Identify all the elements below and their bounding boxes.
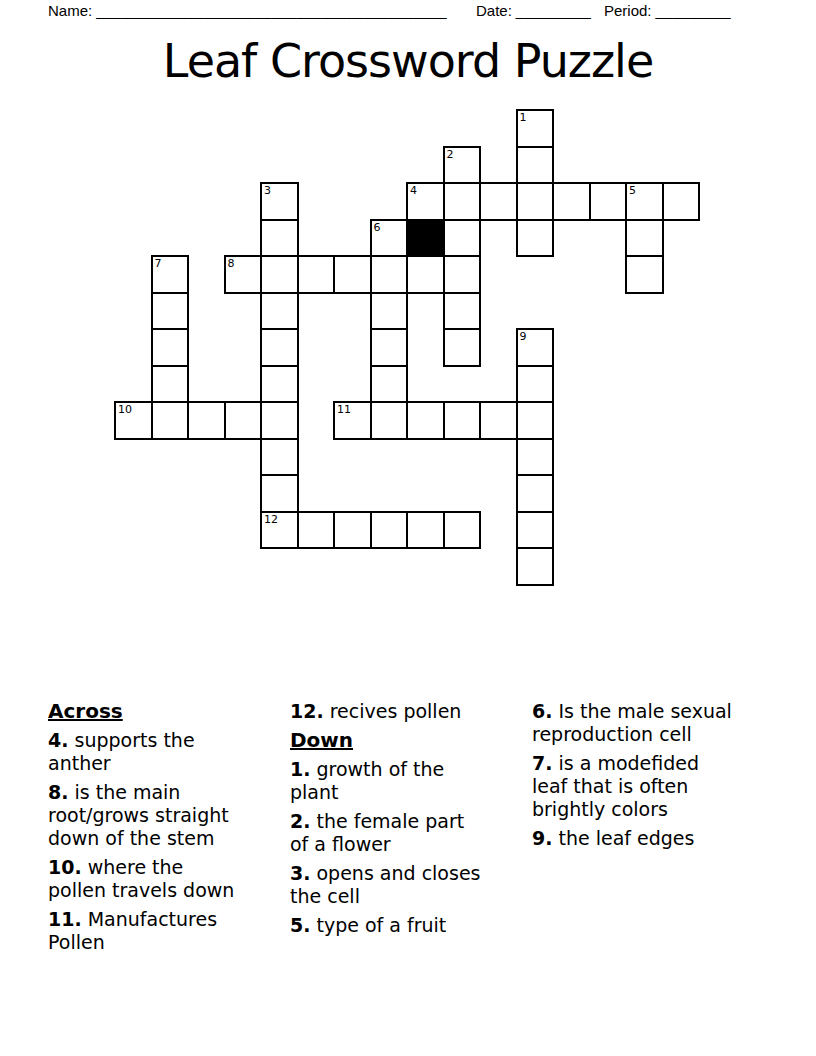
- grid-cell-r4-c5[interactable]: [297, 255, 336, 294]
- clue-column-2: 12. recives pollen Down 1. growth of the…: [290, 700, 486, 943]
- date-field: Date:_________: [476, 2, 591, 19]
- grid-cell-r4-c14[interactable]: [625, 255, 664, 294]
- grid-cell-r8-c11[interactable]: [516, 401, 555, 440]
- grid-cell-r10-c11[interactable]: [516, 474, 555, 513]
- grid-cell-r12-c11[interactable]: [516, 547, 555, 586]
- clue-across-10: 10. where the pollen travels down: [48, 856, 244, 902]
- clue-down-9: 9. the leaf edges: [532, 827, 733, 850]
- clue-number-12: 12: [264, 513, 278, 526]
- grid-cell-r4-c8[interactable]: [406, 255, 445, 294]
- name-field: Name:___________________________________…: [48, 2, 447, 19]
- grid-cell-r6-c4[interactable]: [260, 328, 299, 367]
- date-blank-line[interactable]: _________: [516, 2, 591, 19]
- crossword-grid: 123456789101112: [115, 110, 701, 586]
- grid-cell-r10-c4[interactable]: [260, 474, 299, 513]
- page-title: Leaf Crossword Puzzle: [0, 34, 816, 88]
- clue-column-1: Across 4. supports the anther 8. is the …: [48, 700, 244, 960]
- grid-cell-r5-c9[interactable]: [443, 292, 482, 331]
- grid-cell-r2-c10[interactable]: [479, 182, 518, 221]
- grid-cell-r6-c9[interactable]: [443, 328, 482, 367]
- clue-number-7: 7: [155, 257, 162, 270]
- grid-cell-r0-c11[interactable]: 1: [516, 109, 555, 148]
- clue-across-8: 8. is the main root/grows straight down …: [48, 781, 244, 850]
- period-label: Period:: [604, 2, 652, 19]
- clue-number-8: 8: [228, 257, 235, 270]
- grid-cell-r4-c7[interactable]: [370, 255, 409, 294]
- grid-cell-r6-c7[interactable]: [370, 328, 409, 367]
- grid-cell-r7-c7[interactable]: [370, 365, 409, 404]
- clue-number-4: 4: [410, 184, 417, 197]
- clue-down-7: 7. is a modefided leaf that is often bri…: [532, 752, 733, 821]
- clue-column-3: 6. Is the male sexual reproduction cell …: [532, 700, 733, 856]
- grid-cell-r2-c15[interactable]: [662, 182, 701, 221]
- grid-cell-r8-c6[interactable]: 11: [333, 401, 372, 440]
- clue-number-9: 9: [520, 330, 527, 343]
- black-cell: [406, 219, 445, 258]
- grid-cell-r8-c4[interactable]: [260, 401, 299, 440]
- clue-number-11: 11: [337, 403, 351, 416]
- grid-cell-r11-c7[interactable]: [370, 511, 409, 550]
- grid-cell-r6-c11[interactable]: 9: [516, 328, 555, 367]
- period-blank-line[interactable]: _________: [656, 2, 731, 19]
- clue-number-6: 6: [374, 221, 381, 234]
- date-label: Date:: [476, 2, 512, 19]
- grid-cell-r4-c9[interactable]: [443, 255, 482, 294]
- grid-cell-r8-c9[interactable]: [443, 401, 482, 440]
- clue-across-4: 4. supports the anther: [48, 729, 244, 775]
- grid-cell-r4-c4[interactable]: [260, 255, 299, 294]
- grid-cell-r3-c11[interactable]: [516, 219, 555, 258]
- grid-cell-r2-c4[interactable]: 3: [260, 182, 299, 221]
- grid-cell-r11-c8[interactable]: [406, 511, 445, 550]
- grid-cell-r3-c9[interactable]: [443, 219, 482, 258]
- clue-down-3: 3. opens and closes the cell: [290, 862, 486, 908]
- grid-cell-r4-c3[interactable]: 8: [224, 255, 263, 294]
- grid-cell-r3-c7[interactable]: 6: [370, 219, 409, 258]
- grid-cell-r2-c8[interactable]: 4: [406, 182, 445, 221]
- grid-cell-r8-c10[interactable]: [479, 401, 518, 440]
- grid-cell-r1-c11[interactable]: [516, 146, 555, 185]
- grid-cell-r11-c6[interactable]: [333, 511, 372, 550]
- grid-cell-r8-c1[interactable]: [151, 401, 190, 440]
- grid-cell-r2-c11[interactable]: [516, 182, 555, 221]
- clue-down-1: 1. growth of the plant: [290, 758, 486, 804]
- grid-cell-r5-c4[interactable]: [260, 292, 299, 331]
- grid-cell-r11-c9[interactable]: [443, 511, 482, 550]
- grid-cell-r11-c11[interactable]: [516, 511, 555, 550]
- grid-cell-r8-c3[interactable]: [224, 401, 263, 440]
- period-field: Period:_________: [604, 2, 731, 19]
- grid-cell-r7-c4[interactable]: [260, 365, 299, 404]
- grid-cell-r2-c14[interactable]: 5: [625, 182, 664, 221]
- clue-number-2: 2: [447, 148, 454, 161]
- grid-cell-r2-c13[interactable]: [589, 182, 628, 221]
- grid-cell-r5-c7[interactable]: [370, 292, 409, 331]
- grid-cell-r4-c1[interactable]: 7: [151, 255, 190, 294]
- clue-number-10: 10: [118, 403, 132, 416]
- clue-across-12: 12. recives pollen: [290, 700, 486, 723]
- grid-cell-r3-c4[interactable]: [260, 219, 299, 258]
- grid-cell-r6-c1[interactable]: [151, 328, 190, 367]
- name-label: Name:: [48, 2, 92, 19]
- grid-cell-r8-c2[interactable]: [187, 401, 226, 440]
- grid-cell-r8-c8[interactable]: [406, 401, 445, 440]
- grid-cell-r8-c7[interactable]: [370, 401, 409, 440]
- grid-cell-r8-c0[interactable]: 10: [114, 401, 153, 440]
- clue-number-1: 1: [520, 111, 527, 124]
- clue-down-2: 2. the female part of a flower: [290, 810, 486, 856]
- name-blank-line[interactable]: ________________________________________…: [96, 2, 446, 19]
- grid-cell-r9-c11[interactable]: [516, 438, 555, 477]
- clue-down-5: 5. type of a fruit: [290, 914, 486, 937]
- grid-cell-r9-c4[interactable]: [260, 438, 299, 477]
- grid-cell-r11-c5[interactable]: [297, 511, 336, 550]
- grid-cell-r2-c9[interactable]: [443, 182, 482, 221]
- down-heading: Down: [290, 729, 486, 752]
- grid-cell-r4-c6[interactable]: [333, 255, 372, 294]
- grid-cell-r7-c11[interactable]: [516, 365, 555, 404]
- clue-number-5: 5: [629, 184, 636, 197]
- grid-cell-r1-c9[interactable]: 2: [443, 146, 482, 185]
- grid-cell-r5-c1[interactable]: [151, 292, 190, 331]
- clue-across-11: 11. Manufactures Pollen: [48, 908, 244, 954]
- clue-down-6: 6. Is the male sexual reproduction cell: [532, 700, 733, 746]
- grid-cell-r7-c1[interactable]: [151, 365, 190, 404]
- across-heading: Across: [48, 700, 244, 723]
- grid-cell-r3-c14[interactable]: [625, 219, 664, 258]
- clue-number-3: 3: [264, 184, 271, 197]
- grid-cell-r11-c4[interactable]: 12: [260, 511, 299, 550]
- grid-cell-r2-c12[interactable]: [552, 182, 591, 221]
